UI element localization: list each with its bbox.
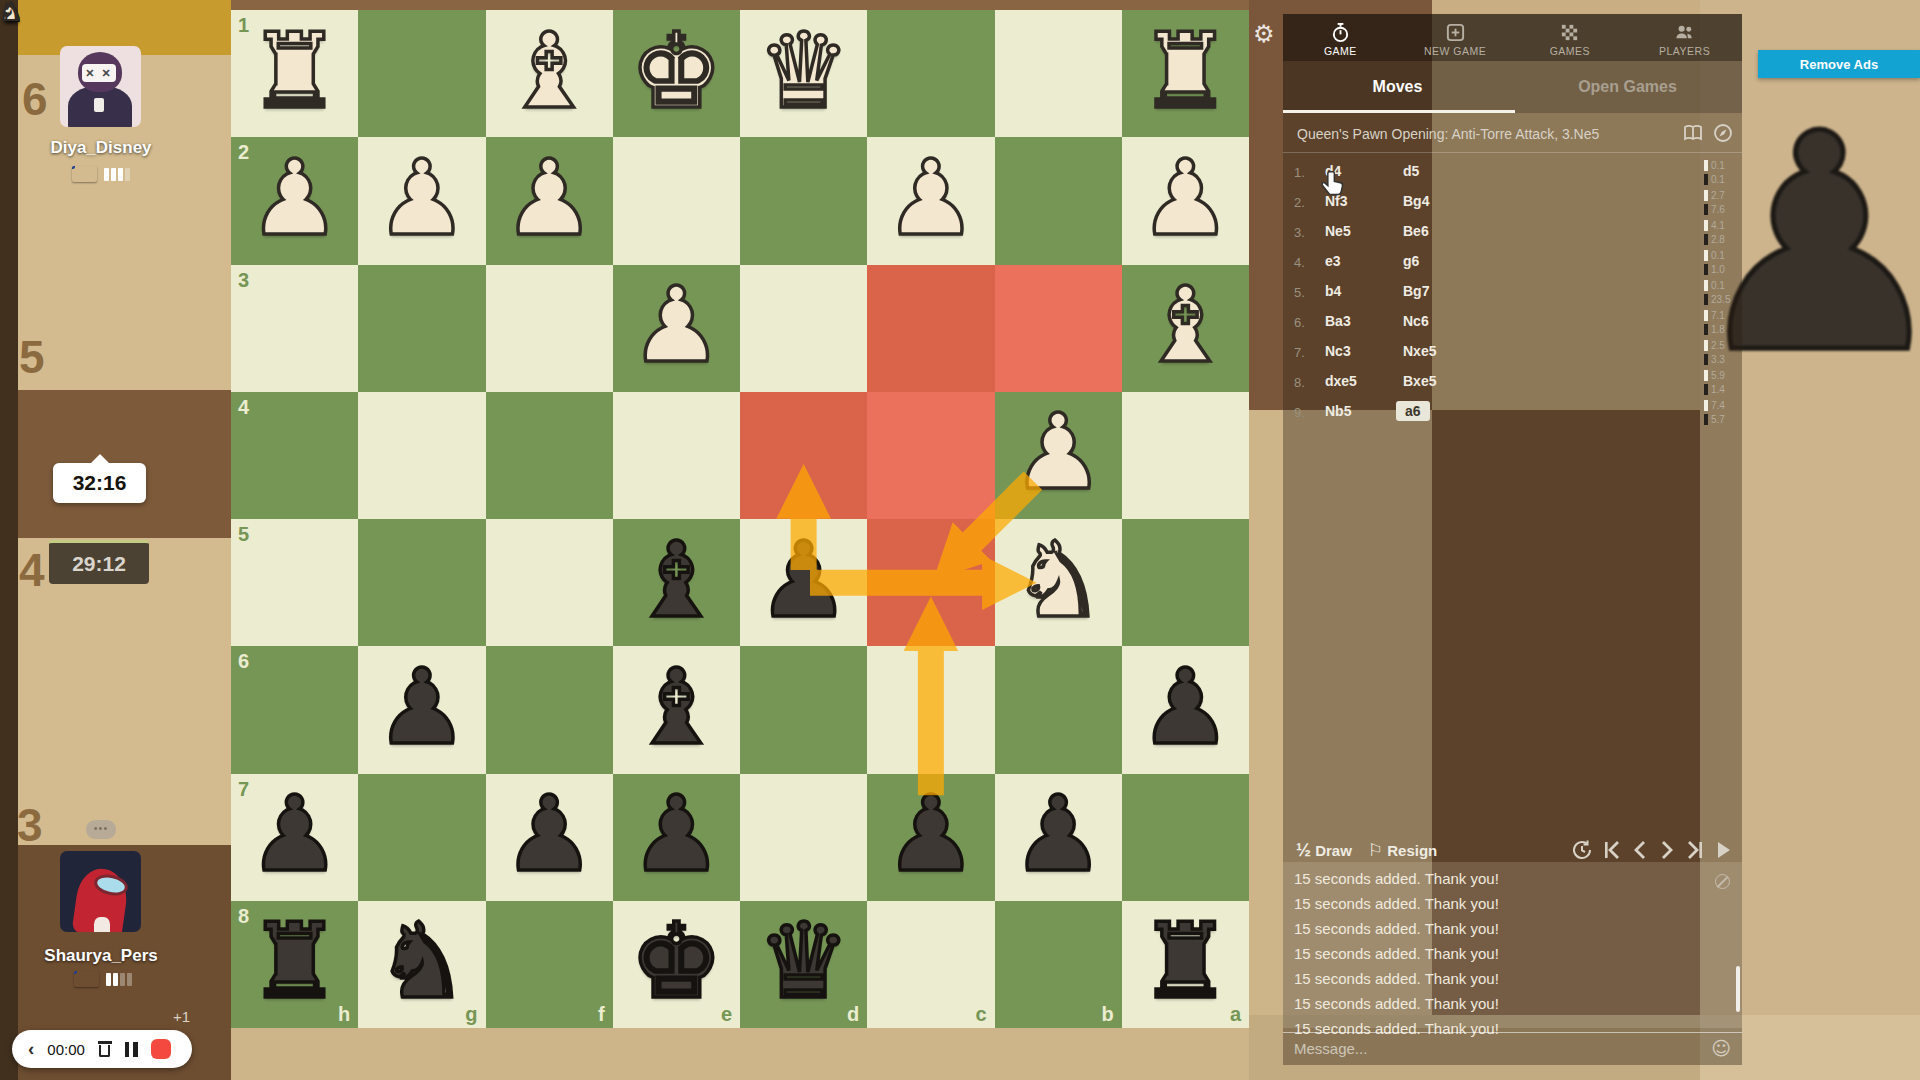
square-d1[interactable]: ♛ — [740, 10, 867, 137]
move-row-3.: 3.Ne5Be64.12.8 — [1283, 218, 1742, 248]
square-a4[interactable] — [1122, 392, 1249, 519]
move-row-8.: 8.dxe5Bxe55.91.4 — [1283, 368, 1742, 398]
players-icon — [1674, 22, 1695, 43]
message-input[interactable]: Message... ☺ — [1283, 1033, 1742, 1065]
chat-message: 15 seconds added. Thank you! — [1294, 895, 1499, 912]
black-pawn-d5[interactable]: ♟ — [740, 519, 867, 646]
prev-move-icon[interactable] — [1631, 839, 1649, 861]
square-h3[interactable]: 3 — [231, 265, 358, 392]
eval-bar-black — [1704, 204, 1708, 215]
page: 6 5 4 3 ♟ ♟ ♟ ♟ 1♜♝♚♛♜2♟♟♟♟♟3♟♝4♟5♝♟♞6♟♝… — [0, 0, 1920, 1080]
move-number: 9. — [1294, 405, 1305, 420]
white-pawn-b4[interactable]: ♟ — [995, 392, 1122, 519]
white-pawn-g2[interactable]: ♟ — [358, 137, 485, 264]
black-move[interactable]: g6 — [1403, 253, 1419, 269]
eval-white: 7.4 — [1711, 400, 1745, 411]
square-a8[interactable]: a♜ — [1122, 901, 1249, 1028]
trash-icon[interactable] — [98, 1041, 112, 1057]
eval-bar-black — [1704, 174, 1708, 185]
square-h2[interactable]: 2♟ — [231, 137, 358, 264]
move-number: 8. — [1294, 375, 1305, 390]
move-row-4.: 4.e3g60.11.0 — [1283, 248, 1742, 278]
black-pawn-h7[interactable]: ♟ — [231, 774, 358, 901]
avatar-top-player[interactable]: ✕ ✕ — [60, 46, 141, 127]
avatar-bottom-player[interactable] — [60, 851, 141, 932]
square-e4[interactable] — [613, 392, 740, 519]
wallpaper-rank-3: 3 — [17, 798, 43, 852]
india-flag-icon — [72, 166, 97, 182]
checkerboard-icon — [1559, 22, 1580, 43]
white-move[interactable]: Ba3 — [1325, 313, 1351, 329]
white-move[interactable]: Ne5 — [1325, 223, 1351, 239]
eval-white: 0.1 — [1711, 160, 1745, 171]
connection-bars-icon — [104, 168, 130, 181]
rank-label-4: 4 — [238, 396, 249, 419]
pause-icon[interactable] — [125, 1042, 138, 1057]
smiley-icon[interactable]: ☺ — [1711, 1037, 1731, 1059]
black-rook-a8[interactable]: ♜ — [1122, 901, 1249, 1028]
square-e5[interactable]: ♝ — [613, 519, 740, 646]
square-b2[interactable] — [995, 137, 1122, 264]
red-highlight-d4 — [740, 392, 867, 519]
square-e6[interactable]: ♝ — [613, 646, 740, 773]
move-number: 7. — [1294, 345, 1305, 360]
square-e7[interactable]: ♟ — [613, 774, 740, 901]
message-placeholder: Message... — [1294, 1040, 1367, 1057]
white-pawn-h2[interactable]: ♟ — [231, 137, 358, 264]
square-f1[interactable]: ♝ — [486, 10, 613, 137]
chat-scrollbar[interactable] — [1736, 966, 1740, 1012]
eval-black: 3.3 — [1711, 354, 1745, 365]
resign-button[interactable]: ⚐Resign — [1368, 840, 1437, 860]
book-icon[interactable] — [1683, 123, 1703, 143]
eval-white: 4.1 — [1711, 220, 1745, 231]
square-h4[interactable]: 4 — [231, 392, 358, 519]
square-a2[interactable]: ♟ — [1122, 137, 1249, 264]
file-label-c: c — [975, 1003, 986, 1026]
recorder-back-icon[interactable]: ‹ — [28, 1038, 34, 1060]
settings-gear-icon[interactable]: ⚙ — [1253, 20, 1275, 48]
white-pawn-f2[interactable]: ♟ — [486, 137, 613, 264]
black-pawn-c7[interactable]: ♟ — [867, 774, 994, 901]
mouse-cursor-hand — [1320, 170, 1346, 198]
eval-black: 1.8 — [1711, 324, 1745, 335]
square-b5[interactable]: ♞ — [995, 519, 1122, 646]
square-a1[interactable]: ♜ — [1122, 10, 1249, 137]
black-rook-h8[interactable]: ♜ — [231, 901, 358, 1028]
eval-white: 0.1 — [1711, 280, 1745, 291]
square-g5[interactable] — [358, 519, 485, 646]
square-b7[interactable]: ♟ — [995, 774, 1122, 901]
square-d7[interactable] — [740, 774, 867, 901]
screen-recorder-bar[interactable]: ‹ 00:00 — [12, 1030, 192, 1068]
square-a6[interactable]: ♟ — [1122, 646, 1249, 773]
wallpaper-bottom-piece: ♟ — [672, 1048, 905, 1080]
square-g2[interactable]: ♟ — [358, 137, 485, 264]
wallpaper-rank-6: 6 — [22, 72, 48, 126]
draw-button[interactable]: ½ Draw — [1296, 840, 1352, 861]
chat-disabled-icon[interactable] — [1715, 874, 1730, 889]
square-h5[interactable]: 5 — [231, 519, 358, 646]
black-move-current[interactable]: a6 — [1396, 401, 1430, 421]
move-number: 6. — [1294, 315, 1305, 330]
square-c3[interactable] — [867, 265, 994, 392]
move-row-5.: 5.b4Bg70.123.5 — [1283, 278, 1742, 308]
square-c7[interactable]: ♟ — [867, 774, 994, 901]
eval-black: 0.1 — [1711, 174, 1745, 185]
square-f6[interactable] — [486, 646, 613, 773]
square-c2[interactable]: ♟ — [867, 137, 994, 264]
square-f2[interactable]: ♟ — [486, 137, 613, 264]
play-icon[interactable] — [1714, 839, 1732, 861]
black-pawn-b7[interactable]: ♟ — [995, 774, 1122, 901]
compass-icon[interactable] — [1713, 123, 1733, 143]
chat-message: 15 seconds added. Thank you! — [1294, 945, 1499, 962]
square-c5[interactable] — [867, 519, 994, 646]
tab-moves[interactable]: Moves — [1283, 61, 1512, 113]
black-move[interactable]: Be6 — [1403, 223, 1429, 239]
eval-black: 1.0 — [1711, 264, 1745, 275]
square-h7[interactable]: 7♟ — [231, 774, 358, 901]
opening-name: Queen's Pawn Opening: Anti-Torre Attack,… — [1297, 126, 1599, 142]
stop-record-icon[interactable] — [151, 1039, 171, 1059]
tab-game[interactable]: GAME — [1283, 14, 1398, 61]
square-c1[interactable] — [867, 10, 994, 137]
first-move-icon[interactable] — [1602, 839, 1622, 861]
eval-white: 2.7 — [1711, 190, 1745, 201]
square-h1[interactable]: 1♜ — [231, 10, 358, 137]
square-a3[interactable]: ♝ — [1122, 265, 1249, 392]
white-knight-b5[interactable]: ♞ — [995, 519, 1122, 646]
eval-bar-white — [1704, 370, 1708, 381]
black-queen-d8[interactable]: ♛ — [740, 901, 867, 1028]
white-pawn-a2[interactable]: ♟ — [1122, 137, 1249, 264]
move-number: 4. — [1294, 255, 1305, 270]
rank-label-6: 6 — [238, 650, 249, 673]
square-g1[interactable] — [358, 10, 485, 137]
square-g7[interactable] — [358, 774, 485, 901]
square-d8[interactable]: d♛ — [740, 901, 867, 1028]
rank-label-5: 5 — [238, 523, 249, 546]
square-b6[interactable] — [995, 646, 1122, 773]
plus-square-icon — [1445, 22, 1466, 43]
resign-flag-icon: ⚐ — [1368, 840, 1383, 860]
square-c4[interactable] — [867, 392, 994, 519]
remove-ads-button[interactable]: Remove Ads — [1758, 50, 1920, 78]
last-move-icon[interactable] — [1685, 839, 1705, 861]
white-move[interactable]: Nb5 — [1325, 403, 1351, 419]
red-highlight-b3 — [995, 265, 1122, 392]
chat-area: 15 seconds added. Thank you!15 seconds a… — [1283, 862, 1742, 1028]
eval-bar-white — [1704, 190, 1708, 201]
tab-players[interactable]: PLAYERS — [1627, 14, 1742, 61]
square-f5[interactable] — [486, 519, 613, 646]
rank-label-3: 3 — [238, 269, 249, 292]
eval-bar-white — [1704, 340, 1708, 351]
black-pawn-e7[interactable]: ♟ — [613, 774, 740, 901]
eval-bar-black — [1704, 294, 1708, 305]
move-number: 5. — [1294, 285, 1305, 300]
panel-subtabs: Moves Open Games — [1283, 61, 1742, 113]
square-h8[interactable]: 8h♜ — [231, 901, 358, 1028]
red-highlight-c3 — [867, 265, 994, 392]
square-a5[interactable] — [1122, 519, 1249, 646]
eval-bar-white — [1704, 220, 1708, 231]
black-move[interactable]: Nc6 — [1403, 313, 1429, 329]
eval-black: 7.6 — [1711, 204, 1745, 215]
wallpaper-left-frame — [0, 0, 18, 1080]
black-pawn-a6[interactable]: ♟ — [1122, 646, 1249, 773]
square-d4[interactable] — [740, 392, 867, 519]
top-player-name[interactable]: Diya_Disney — [20, 138, 182, 158]
eval-bar-white — [1704, 280, 1708, 291]
eval-bar-black — [1704, 324, 1708, 335]
square-b3[interactable] — [995, 265, 1122, 392]
panel-tab-bar: GAME NEW GAME GAMES PLAYERS — [1283, 14, 1742, 61]
eval-bar-white — [1704, 310, 1708, 321]
eval-bar-white — [1704, 250, 1708, 261]
square-e2[interactable] — [613, 137, 740, 264]
eval-bar-black — [1704, 234, 1708, 245]
next-move-icon[interactable] — [1658, 839, 1676, 861]
half-icon: ½ — [1296, 840, 1311, 860]
white-bishop-f1[interactable]: ♝ — [486, 10, 613, 137]
eval-black: 1.4 — [1711, 384, 1745, 395]
square-c8[interactable]: c — [867, 901, 994, 1028]
square-g6[interactable]: ♟ — [358, 646, 485, 773]
chat-message: 15 seconds added. Thank you! — [1294, 870, 1499, 887]
black-clock: 29:12 — [49, 540, 149, 584]
square-f4[interactable] — [486, 392, 613, 519]
square-e8[interactable]: e♚ — [613, 901, 740, 1028]
eval-bar-black — [1704, 264, 1708, 275]
black-move[interactable]: d5 — [1403, 163, 1419, 179]
square-g8[interactable]: g♞ — [358, 901, 485, 1028]
black-pawn-f7[interactable]: ♟ — [486, 774, 613, 901]
wallpaper-col — [18, 538, 231, 845]
eval-white: 2.5 — [1711, 340, 1745, 351]
white-rook-a1[interactable]: ♜ — [1122, 10, 1249, 137]
chat-bubble-icon: ••• — [86, 820, 116, 839]
white-pawn-e3[interactable]: ♟ — [613, 265, 740, 392]
black-bishop-e6[interactable]: ♝ — [613, 646, 740, 773]
black-move[interactable]: Nxe5 — [1403, 343, 1436, 359]
black-move[interactable]: Bg4 — [1403, 193, 1429, 209]
eval-black: 2.8 — [1711, 234, 1745, 245]
move-row-6.: 6.Ba3Nc67.11.8 — [1283, 308, 1742, 338]
white-move[interactable]: b4 — [1325, 283, 1341, 299]
move-row-7.: 7.Nc3Nxe52.53.3 — [1283, 338, 1742, 368]
eval-bar-white — [1704, 400, 1708, 411]
add-time-icon[interactable] — [1571, 839, 1593, 861]
eval-black: 23.5 — [1711, 294, 1745, 305]
square-b4[interactable]: ♟ — [995, 392, 1122, 519]
move-row-2.: 2.Nf3Bg42.77.6 — [1283, 188, 1742, 218]
square-e1[interactable]: ♚ — [613, 10, 740, 137]
eval-white: 7.1 — [1711, 310, 1745, 321]
india-flag-icon — [74, 971, 99, 987]
square-d6[interactable] — [740, 646, 867, 773]
chat-message: 15 seconds added. Thank you! — [1294, 970, 1499, 987]
move-number: 3. — [1294, 225, 1305, 240]
wallpaper-rank-5: 5 — [19, 330, 45, 384]
black-pawn-g6[interactable]: ♟ — [358, 646, 485, 773]
white-king-e1[interactable]: ♚ — [613, 10, 740, 137]
chat-message: 15 seconds added. Thank you! — [1294, 920, 1499, 937]
square-h6[interactable]: 6 — [231, 646, 358, 773]
black-king-e8[interactable]: ♚ — [613, 901, 740, 1028]
tab-open-games[interactable]: Open Games — [1513, 61, 1742, 113]
eval-white: 5.9 — [1711, 370, 1745, 381]
black-move[interactable]: Bg7 — [1403, 283, 1429, 299]
square-b8[interactable]: b — [995, 901, 1122, 1028]
move-number: 2. — [1294, 195, 1305, 210]
tab-new-game[interactable]: NEW GAME — [1398, 14, 1513, 61]
eval-bar-black — [1704, 354, 1708, 365]
square-e3[interactable]: ♟ — [613, 265, 740, 392]
black-knight-g8[interactable]: ♞ — [358, 901, 485, 1028]
eval-bar-black — [1704, 414, 1708, 425]
bottom-player-name[interactable]: Shaurya_Pers — [20, 946, 182, 966]
wallpaper-top-sliver — [231, 0, 1249, 10]
game-panel: GAME NEW GAME GAMES PLAYERS Moves Open G… — [1283, 14, 1742, 1065]
white-rook-h1[interactable]: ♜ — [231, 10, 358, 137]
white-pawn-c2[interactable]: ♟ — [867, 137, 994, 264]
chess-board[interactable]: 1♜♝♚♛♜2♟♟♟♟♟3♟♝4♟5♝♟♞6♟♝♟7♟♟♟♟♟8h♜g♞fe♚d… — [231, 10, 1249, 1028]
move-row-9.: 9.Nb5a67.45.7 — [1283, 398, 1742, 428]
eval-black: 5.7 — [1711, 414, 1745, 425]
tab-games[interactable]: GAMES — [1513, 14, 1628, 61]
square-c6[interactable] — [867, 646, 994, 773]
captured-white-knight-icon: ♞ — [0, 0, 22, 30]
square-f8[interactable]: f — [486, 901, 613, 1028]
white-move[interactable]: Nc3 — [1325, 343, 1351, 359]
material-advantage: +1 — [173, 1008, 190, 1025]
chat-message: 15 seconds added. Thank you! — [1294, 995, 1499, 1012]
connection-bars-icon — [106, 973, 132, 986]
white-move[interactable]: dxe5 — [1325, 373, 1357, 389]
black-move[interactable]: Bxe5 — [1403, 373, 1436, 389]
white-queen-d1[interactable]: ♛ — [740, 10, 867, 137]
square-d5[interactable]: ♟ — [740, 519, 867, 646]
file-label-f: f — [598, 1003, 605, 1026]
stopwatch-icon — [1330, 22, 1351, 43]
square-g4[interactable] — [358, 392, 485, 519]
square-b1[interactable] — [995, 10, 1122, 137]
square-f3[interactable] — [486, 265, 613, 392]
square-a7[interactable] — [1122, 774, 1249, 901]
move-number: 1. — [1294, 165, 1305, 180]
eval-bar-white — [1704, 160, 1708, 171]
white-bishop-a3[interactable]: ♝ — [1122, 265, 1249, 392]
red-highlight-c4 — [867, 392, 994, 519]
file-label-b: b — [1102, 1003, 1114, 1026]
move-row-1.: 1.d4d50.10.1 — [1283, 158, 1742, 188]
recorder-time: 00:00 — [47, 1041, 85, 1058]
eval-white: 0.1 — [1711, 250, 1745, 261]
square-g3[interactable] — [358, 265, 485, 392]
opening-row: Queen's Pawn Opening: Anti-Torre Attack,… — [1283, 113, 1742, 153]
wallpaper-rank-4: 4 — [19, 543, 45, 597]
square-f7[interactable]: ♟ — [486, 774, 613, 901]
red-highlight-c5 — [867, 519, 994, 646]
white-move[interactable]: e3 — [1325, 253, 1341, 269]
square-d2[interactable] — [740, 137, 867, 264]
black-bishop-e5[interactable]: ♝ — [613, 519, 740, 646]
square-d3[interactable] — [740, 265, 867, 392]
eval-bar-black — [1704, 384, 1708, 395]
white-clock: 32:16 — [53, 463, 146, 503]
